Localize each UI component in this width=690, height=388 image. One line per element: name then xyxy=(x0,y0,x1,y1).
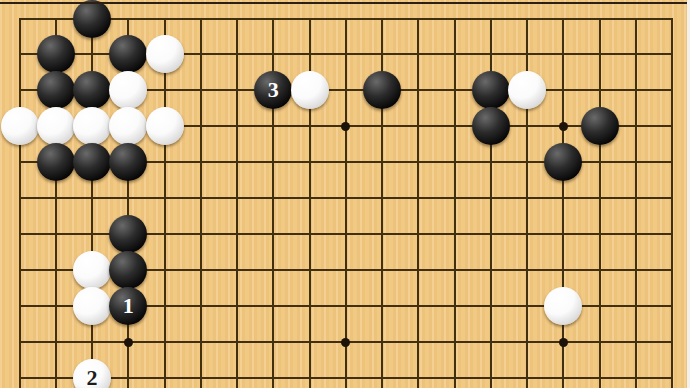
stone-black-O17[interactable] xyxy=(472,71,510,109)
stone-white-A16[interactable] xyxy=(1,107,39,145)
grid-line-vertical-12 xyxy=(417,18,419,388)
move-number-label: 3 xyxy=(268,79,279,101)
grid-line-vertical-7 xyxy=(236,18,238,388)
stone-white-P17[interactable] xyxy=(508,71,546,109)
stone-white-C11[interactable] xyxy=(73,287,111,325)
grid-line-horizontal-6 xyxy=(19,197,674,199)
star-point xyxy=(124,338,133,347)
stone-white-Q11[interactable] xyxy=(544,287,582,325)
stone-white-E16[interactable] xyxy=(146,107,184,145)
stone-black-C15[interactable] xyxy=(73,143,111,181)
stone-black-R16[interactable] xyxy=(581,107,619,145)
stone-black-H17[interactable]: 3 xyxy=(254,71,292,109)
stone-black-O16[interactable] xyxy=(472,107,510,145)
move-number-label: 1 xyxy=(123,295,134,317)
stone-white-B16[interactable] xyxy=(37,107,75,145)
star-point xyxy=(341,122,350,131)
grid-line-horizontal-11 xyxy=(19,377,674,379)
star-point xyxy=(559,122,568,131)
board-top-edge-line xyxy=(0,2,690,4)
stone-black-C19[interactable] xyxy=(73,0,111,38)
stone-white-J17[interactable] xyxy=(291,71,329,109)
stone-black-D13[interactable] xyxy=(109,215,147,253)
grid-line-vertical-16 xyxy=(562,18,564,388)
grid-line-vertical-17 xyxy=(599,18,601,388)
stone-black-Q15[interactable] xyxy=(544,143,582,181)
grid-line-vertical-10 xyxy=(345,18,347,388)
stone-white-C12[interactable] xyxy=(73,251,111,289)
grid-line-vertical-13 xyxy=(454,18,456,388)
stone-black-L17[interactable] xyxy=(363,71,401,109)
stone-white-D16[interactable] xyxy=(109,107,147,145)
grid-line-vertical-18 xyxy=(635,18,637,388)
stone-black-B17[interactable] xyxy=(37,71,75,109)
stone-black-C17[interactable] xyxy=(73,71,111,109)
go-board-screenshot: 312 xyxy=(0,0,690,388)
stone-white-E18[interactable] xyxy=(146,35,184,73)
stone-white-D17[interactable] xyxy=(109,71,147,109)
go-board[interactable]: 312 xyxy=(0,0,690,388)
stone-black-D12[interactable] xyxy=(109,251,147,289)
grid-line-vertical-5 xyxy=(164,18,166,388)
stone-black-B15[interactable] xyxy=(37,143,75,181)
grid-line-vertical-1 xyxy=(19,18,21,388)
stone-black-D11[interactable]: 1 xyxy=(109,287,147,325)
grid-line-vertical-6 xyxy=(200,18,202,388)
star-point xyxy=(559,338,568,347)
stone-white-C9[interactable]: 2 xyxy=(73,359,111,388)
grid-line-vertical-19 xyxy=(671,18,673,388)
stone-black-D18[interactable] xyxy=(109,35,147,73)
stone-white-C16[interactable] xyxy=(73,107,111,145)
stone-black-D15[interactable] xyxy=(109,143,147,181)
star-point xyxy=(341,338,350,347)
stone-black-B18[interactable] xyxy=(37,35,75,73)
move-number-label: 2 xyxy=(87,367,98,388)
grid-line-horizontal-1 xyxy=(19,18,674,20)
